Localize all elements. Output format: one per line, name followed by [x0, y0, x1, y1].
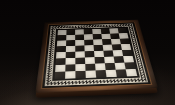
square-d1: [86, 70, 97, 78]
mosaic-inlay-border: [45, 23, 148, 86]
chessboard-grid: [55, 28, 138, 79]
square-b1: [65, 71, 75, 79]
inner-black-band: [51, 26, 141, 81]
outer-black-band: [41, 22, 152, 89]
board-perspective-wrap: [35, 20, 157, 93]
square-h1: [126, 69, 138, 76]
square-c1: [75, 71, 85, 79]
chessboard: [43, 0, 145, 102]
board-frame: [35, 20, 157, 93]
chessboard-photo: [0, 0, 175, 105]
square-a1: [55, 72, 66, 80]
